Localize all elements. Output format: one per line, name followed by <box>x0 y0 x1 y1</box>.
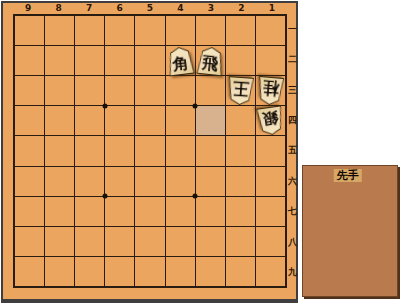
piece-kanji: 角 <box>171 49 189 72</box>
piece-kanji: 桂 <box>262 80 280 102</box>
board-cell[interactable] <box>166 227 195 256</box>
file-label-1: 1 <box>257 3 287 14</box>
rank-label-8: 八 <box>287 227 298 257</box>
board-cell[interactable] <box>105 46 134 75</box>
board-cell[interactable] <box>256 257 285 286</box>
board-cell[interactable] <box>226 16 255 45</box>
board-cell[interactable] <box>45 46 74 75</box>
board-cell[interactable] <box>196 167 225 196</box>
rank-label-4: 四 <box>287 105 298 135</box>
board-cell[interactable] <box>15 167 44 196</box>
board-cell[interactable] <box>166 106 195 135</box>
board-cell[interactable] <box>105 167 134 196</box>
board-cell[interactable] <box>135 136 164 165</box>
sente-label: 先手 <box>334 169 362 182</box>
board-cell[interactable] <box>75 227 104 256</box>
board-cell[interactable] <box>45 76 74 105</box>
board-cell[interactable] <box>226 136 255 165</box>
board-cell[interactable] <box>45 257 74 286</box>
board-cell[interactable] <box>15 197 44 226</box>
board-cell[interactable] <box>75 167 104 196</box>
board-cell[interactable] <box>15 16 44 45</box>
file-label-7: 7 <box>74 3 104 14</box>
board-cell[interactable] <box>105 136 134 165</box>
sente-hand-tray[interactable]: 先手 <box>302 165 398 297</box>
board-cell[interactable] <box>166 167 195 196</box>
board-cell[interactable] <box>256 197 285 226</box>
board-cell[interactable] <box>75 46 104 75</box>
board-cell[interactable] <box>135 76 164 105</box>
board-cell[interactable] <box>256 227 285 256</box>
file-label-9: 9 <box>13 3 43 14</box>
board-cell[interactable] <box>45 16 74 45</box>
board-cell[interactable] <box>135 167 164 196</box>
board-cell[interactable] <box>256 16 285 45</box>
board-cell[interactable] <box>75 106 104 135</box>
board-cell[interactable] <box>166 197 195 226</box>
file-label-4: 4 <box>165 3 195 14</box>
board-cell[interactable] <box>45 136 74 165</box>
rank-label-6: 六 <box>287 166 298 196</box>
board-cell[interactable] <box>226 257 255 286</box>
shogi-diagram: 987654321 一二三四五六七八九 角飛王桂銀 先手 <box>0 0 400 307</box>
file-label-8: 8 <box>43 3 73 14</box>
board-cell[interactable] <box>135 106 164 135</box>
board-cell[interactable] <box>256 167 285 196</box>
shogi-piece-桂-gote[interactable]: 桂 <box>256 76 285 106</box>
board-cell[interactable] <box>15 106 44 135</box>
board-cell[interactable] <box>75 76 104 105</box>
piece-kanji: 銀 <box>261 109 280 132</box>
board-cell[interactable] <box>166 136 195 165</box>
board-cell[interactable] <box>166 76 195 105</box>
board-cell[interactable] <box>105 106 134 135</box>
piece-face: 桂 <box>257 77 284 105</box>
board-cell[interactable] <box>105 257 134 286</box>
star-point <box>102 103 107 108</box>
shogi-piece-銀-gote[interactable]: 銀 <box>255 105 286 136</box>
board-cell[interactable] <box>75 136 104 165</box>
shogi-piece-角-sente[interactable]: 角 <box>165 45 195 76</box>
board-cell[interactable] <box>135 227 164 256</box>
star-point <box>193 103 198 108</box>
board-cell[interactable] <box>196 136 225 165</box>
board-cell[interactable] <box>135 16 164 45</box>
rank-label-3: 三 <box>287 75 298 105</box>
file-label-5: 5 <box>135 3 165 14</box>
board-cell[interactable] <box>15 227 44 256</box>
board-cell[interactable] <box>15 257 44 286</box>
board-cell[interactable] <box>75 197 104 226</box>
board-cell[interactable] <box>196 16 225 45</box>
board-cell-highlighted[interactable] <box>196 106 225 135</box>
star-point <box>193 194 198 199</box>
board-cell[interactable] <box>196 76 225 105</box>
board-cell[interactable] <box>226 167 255 196</box>
shogi-board: 987654321 一二三四五六七八九 角飛王桂銀 <box>1 1 298 303</box>
board-cell[interactable] <box>75 257 104 286</box>
board-cell[interactable] <box>256 136 285 165</box>
board-cell[interactable] <box>226 197 255 226</box>
board-cell[interactable] <box>105 76 134 105</box>
rank-label-7: 七 <box>287 197 298 227</box>
piece-kanji: 飛 <box>201 49 219 72</box>
file-label-2: 2 <box>226 3 256 14</box>
piece-face: 王 <box>227 77 254 105</box>
shogi-piece-王-gote[interactable]: 王 <box>226 76 255 106</box>
board-cell[interactable] <box>135 257 164 286</box>
board-cell[interactable] <box>196 197 225 226</box>
board-cell[interactable] <box>45 167 74 196</box>
file-coordinate-labels: 987654321 <box>13 3 287 14</box>
board-cell[interactable] <box>256 46 285 75</box>
board-cell[interactable] <box>196 227 225 256</box>
board-cell[interactable] <box>226 227 255 256</box>
board-cell[interactable] <box>226 106 255 135</box>
board-cell[interactable] <box>166 257 195 286</box>
board-cell[interactable] <box>75 16 104 45</box>
shogi-piece-飛-sente[interactable]: 飛 <box>195 45 225 76</box>
board-cell[interactable] <box>45 227 74 256</box>
rank-label-2: 二 <box>287 44 298 74</box>
rank-label-9: 九 <box>287 258 298 288</box>
file-label-6: 6 <box>104 3 134 14</box>
rank-label-5: 五 <box>287 136 298 166</box>
rank-label-1: 一 <box>287 14 298 44</box>
star-point <box>102 194 107 199</box>
board-cell[interactable] <box>15 76 44 105</box>
piece-kanji: 王 <box>232 80 249 102</box>
board-cell[interactable] <box>15 136 44 165</box>
board-cell[interactable] <box>135 46 164 75</box>
board-cell[interactable] <box>196 257 225 286</box>
board-cell[interactable] <box>226 46 255 75</box>
board-cell[interactable] <box>45 106 74 135</box>
board-cell[interactable] <box>135 197 164 226</box>
board-cell[interactable] <box>15 46 44 75</box>
board-cell[interactable] <box>105 227 134 256</box>
board-grid: 角飛王桂銀 <box>13 14 287 288</box>
board-cell[interactable] <box>105 16 134 45</box>
board-cell[interactable] <box>105 197 134 226</box>
file-label-3: 3 <box>196 3 226 14</box>
board-cell[interactable] <box>45 197 74 226</box>
board-cell[interactable] <box>166 16 195 45</box>
rank-coordinate-labels: 一二三四五六七八九 <box>287 14 298 288</box>
